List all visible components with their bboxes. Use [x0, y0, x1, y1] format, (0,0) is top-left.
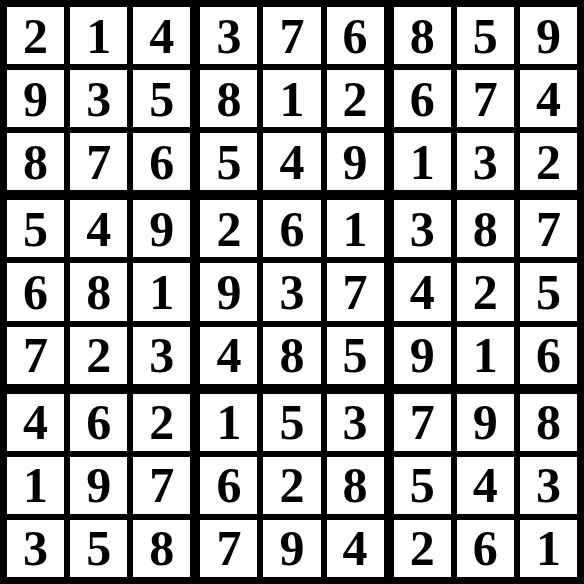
- sudoku-cell-r5c8[interactable]: 2: [457, 263, 514, 320]
- sudoku-cell-r9c1[interactable]: 3: [7, 520, 64, 577]
- sudoku-cell-r5c3[interactable]: 1: [133, 263, 190, 320]
- sudoku-cell-r9c9[interactable]: 1: [520, 520, 577, 577]
- sudoku-cell-r6c5[interactable]: 8: [263, 327, 320, 384]
- sudoku-cell-r7c4[interactable]: 1: [200, 394, 257, 451]
- sudoku-cell-r6c9[interactable]: 6: [520, 327, 577, 384]
- sudoku-cell-r2c9[interactable]: 4: [520, 70, 577, 127]
- sudoku-cell-r1c8[interactable]: 5: [457, 7, 514, 64]
- sudoku-cell-r2c6[interactable]: 2: [327, 70, 384, 127]
- sudoku-cell-r8c4[interactable]: 6: [200, 457, 257, 514]
- sudoku-cell-r7c5[interactable]: 5: [263, 394, 320, 451]
- sudoku-cell-r8c7[interactable]: 5: [394, 457, 451, 514]
- sudoku-cell-r7c9[interactable]: 8: [520, 394, 577, 451]
- sudoku-cell-r9c7[interactable]: 2: [394, 520, 451, 577]
- sudoku-cell-r2c5[interactable]: 1: [263, 70, 320, 127]
- sudoku-cell-r1c2[interactable]: 1: [70, 7, 127, 64]
- sudoku-cell-r1c9[interactable]: 9: [520, 7, 577, 64]
- sudoku-cell-r3c1[interactable]: 8: [7, 133, 64, 190]
- sudoku-cell-r7c2[interactable]: 6: [70, 394, 127, 451]
- sudoku-cell-r6c1[interactable]: 7: [7, 327, 64, 384]
- sudoku-cell-r1c7[interactable]: 8: [394, 7, 451, 64]
- sudoku-cell-r8c8[interactable]: 4: [457, 457, 514, 514]
- sudoku-cell-r5c2[interactable]: 8: [70, 263, 127, 320]
- sudoku-cell-r6c2[interactable]: 2: [70, 327, 127, 384]
- sudoku-cell-r3c9[interactable]: 2: [520, 133, 577, 190]
- sudoku-cell-r2c8[interactable]: 7: [457, 70, 514, 127]
- sudoku-cell-r5c9[interactable]: 5: [520, 263, 577, 320]
- sudoku-cell-r5c6[interactable]: 7: [327, 263, 384, 320]
- sudoku-cell-r1c4[interactable]: 3: [200, 7, 257, 64]
- sudoku-cell-r5c5[interactable]: 3: [263, 263, 320, 320]
- sudoku-cell-r2c2[interactable]: 3: [70, 70, 127, 127]
- sudoku-cell-r9c2[interactable]: 5: [70, 520, 127, 577]
- sudoku-cell-r8c5[interactable]: 2: [263, 457, 320, 514]
- sudoku-cell-r1c6[interactable]: 6: [327, 7, 384, 64]
- sudoku-cell-r9c5[interactable]: 9: [263, 520, 320, 577]
- sudoku-cell-r4c4[interactable]: 2: [200, 200, 257, 257]
- sudoku-cell-r3c7[interactable]: 1: [394, 133, 451, 190]
- sudoku-cell-r3c4[interactable]: 5: [200, 133, 257, 190]
- sudoku-cell-r3c6[interactable]: 9: [327, 133, 384, 190]
- sudoku-cell-r9c4[interactable]: 7: [200, 520, 257, 577]
- sudoku-cell-r7c1[interactable]: 4: [7, 394, 64, 451]
- sudoku-cell-r4c9[interactable]: 7: [520, 200, 577, 257]
- sudoku-cell-r4c1[interactable]: 5: [7, 200, 64, 257]
- sudoku-cell-r6c7[interactable]: 9: [394, 327, 451, 384]
- sudoku-cell-r4c3[interactable]: 9: [133, 200, 190, 257]
- sudoku-cell-r8c1[interactable]: 1: [7, 457, 64, 514]
- sudoku-cell-r2c3[interactable]: 5: [133, 70, 190, 127]
- sudoku-cell-r9c6[interactable]: 4: [327, 520, 384, 577]
- sudoku-cell-r8c3[interactable]: 7: [133, 457, 190, 514]
- sudoku-cell-r6c6[interactable]: 5: [327, 327, 384, 384]
- sudoku-cell-r2c1[interactable]: 9: [7, 70, 64, 127]
- sudoku-cell-r6c4[interactable]: 4: [200, 327, 257, 384]
- sudoku-cell-r3c2[interactable]: 7: [70, 133, 127, 190]
- sudoku-cell-r7c7[interactable]: 7: [394, 394, 451, 451]
- sudoku-cell-r3c8[interactable]: 3: [457, 133, 514, 190]
- sudoku-cell-r6c8[interactable]: 1: [457, 327, 514, 384]
- sudoku-cell-r7c6[interactable]: 3: [327, 394, 384, 451]
- sudoku-cell-r1c3[interactable]: 4: [133, 7, 190, 64]
- sudoku-cell-r4c5[interactable]: 6: [263, 200, 320, 257]
- sudoku-cell-r6c3[interactable]: 3: [133, 327, 190, 384]
- sudoku-cell-r8c6[interactable]: 8: [327, 457, 384, 514]
- sudoku-cell-r8c2[interactable]: 9: [70, 457, 127, 514]
- sudoku-cell-r2c7[interactable]: 6: [394, 70, 451, 127]
- sudoku-cell-r8c9[interactable]: 3: [520, 457, 577, 514]
- sudoku-cell-r3c3[interactable]: 6: [133, 133, 190, 190]
- sudoku-cell-r1c1[interactable]: 2: [7, 7, 64, 64]
- sudoku-cell-r5c7[interactable]: 4: [394, 263, 451, 320]
- sudoku-grid: 2143768599358126748765491325492613876819…: [7, 7, 577, 577]
- sudoku-cell-r5c1[interactable]: 6: [7, 263, 64, 320]
- sudoku-cell-r4c7[interactable]: 3: [394, 200, 451, 257]
- sudoku-cell-r4c2[interactable]: 4: [70, 200, 127, 257]
- sudoku-cell-r4c8[interactable]: 8: [457, 200, 514, 257]
- sudoku-cell-r1c5[interactable]: 7: [263, 7, 320, 64]
- sudoku-board: 2143768599358126748765491325492613876819…: [0, 0, 584, 584]
- sudoku-cell-r4c6[interactable]: 1: [327, 200, 384, 257]
- sudoku-cell-r2c4[interactable]: 8: [200, 70, 257, 127]
- sudoku-cell-r9c8[interactable]: 6: [457, 520, 514, 577]
- sudoku-cell-r3c5[interactable]: 4: [263, 133, 320, 190]
- sudoku-cell-r7c3[interactable]: 2: [133, 394, 190, 451]
- sudoku-cell-r5c4[interactable]: 9: [200, 263, 257, 320]
- sudoku-cell-r7c8[interactable]: 9: [457, 394, 514, 451]
- sudoku-cell-r9c3[interactable]: 8: [133, 520, 190, 577]
